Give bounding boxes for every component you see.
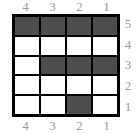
col-label-bottom-4: 4 <box>12 119 39 133</box>
cell-r5-c4-filled[interactable] <box>15 17 39 35</box>
cell-r3-c1-filled[interactable] <box>93 57 117 75</box>
cell-r1-c2-filled[interactable] <box>67 96 91 114</box>
cell-r5-c3-filled[interactable] <box>41 17 65 35</box>
cell-r2-c4-empty[interactable] <box>15 76 39 94</box>
cell-r3-c2-filled[interactable] <box>67 57 91 75</box>
row-labels-right: 54321 <box>121 14 135 117</box>
col-label-bottom-1: 1 <box>93 119 120 133</box>
cell-r4-c3-empty[interactable] <box>41 37 65 55</box>
row-label-right-1: 1 <box>121 96 135 117</box>
cell-r4-c4-empty[interactable] <box>15 37 39 55</box>
cell-r2-c2-empty[interactable] <box>67 76 91 94</box>
cell-r3-c4-empty[interactable] <box>15 57 39 75</box>
puzzle-grid <box>12 14 120 117</box>
row-label-right-3: 3 <box>121 55 135 76</box>
puzzle-diagram: 4321 54321 4321 <box>0 0 136 133</box>
cell-r5-c2-filled[interactable] <box>67 17 91 35</box>
cell-r2-c3-empty[interactable] <box>41 76 65 94</box>
row-label-right-4: 4 <box>121 35 135 56</box>
col-label-top-3: 3 <box>39 0 66 14</box>
cell-r3-c3-filled[interactable] <box>41 57 65 75</box>
col-label-top-2: 2 <box>66 0 93 14</box>
cell-r4-c2-empty[interactable] <box>67 37 91 55</box>
col-label-bottom-2: 2 <box>66 119 93 133</box>
cell-r1-c4-empty[interactable] <box>15 96 39 114</box>
column-labels-top: 4321 <box>12 0 120 14</box>
cell-r2-c1-empty[interactable] <box>93 76 117 94</box>
col-label-bottom-3: 3 <box>39 119 66 133</box>
cell-r4-c1-empty[interactable] <box>93 37 117 55</box>
cell-r5-c1-filled[interactable] <box>93 17 117 35</box>
cell-r1-c1-empty[interactable] <box>93 96 117 114</box>
column-labels-bottom: 4321 <box>12 119 120 133</box>
cell-r1-c3-empty[interactable] <box>41 96 65 114</box>
col-label-top-1: 1 <box>93 0 120 14</box>
row-label-right-5: 5 <box>121 14 135 35</box>
col-label-top-4: 4 <box>12 0 39 14</box>
row-label-right-2: 2 <box>121 76 135 97</box>
